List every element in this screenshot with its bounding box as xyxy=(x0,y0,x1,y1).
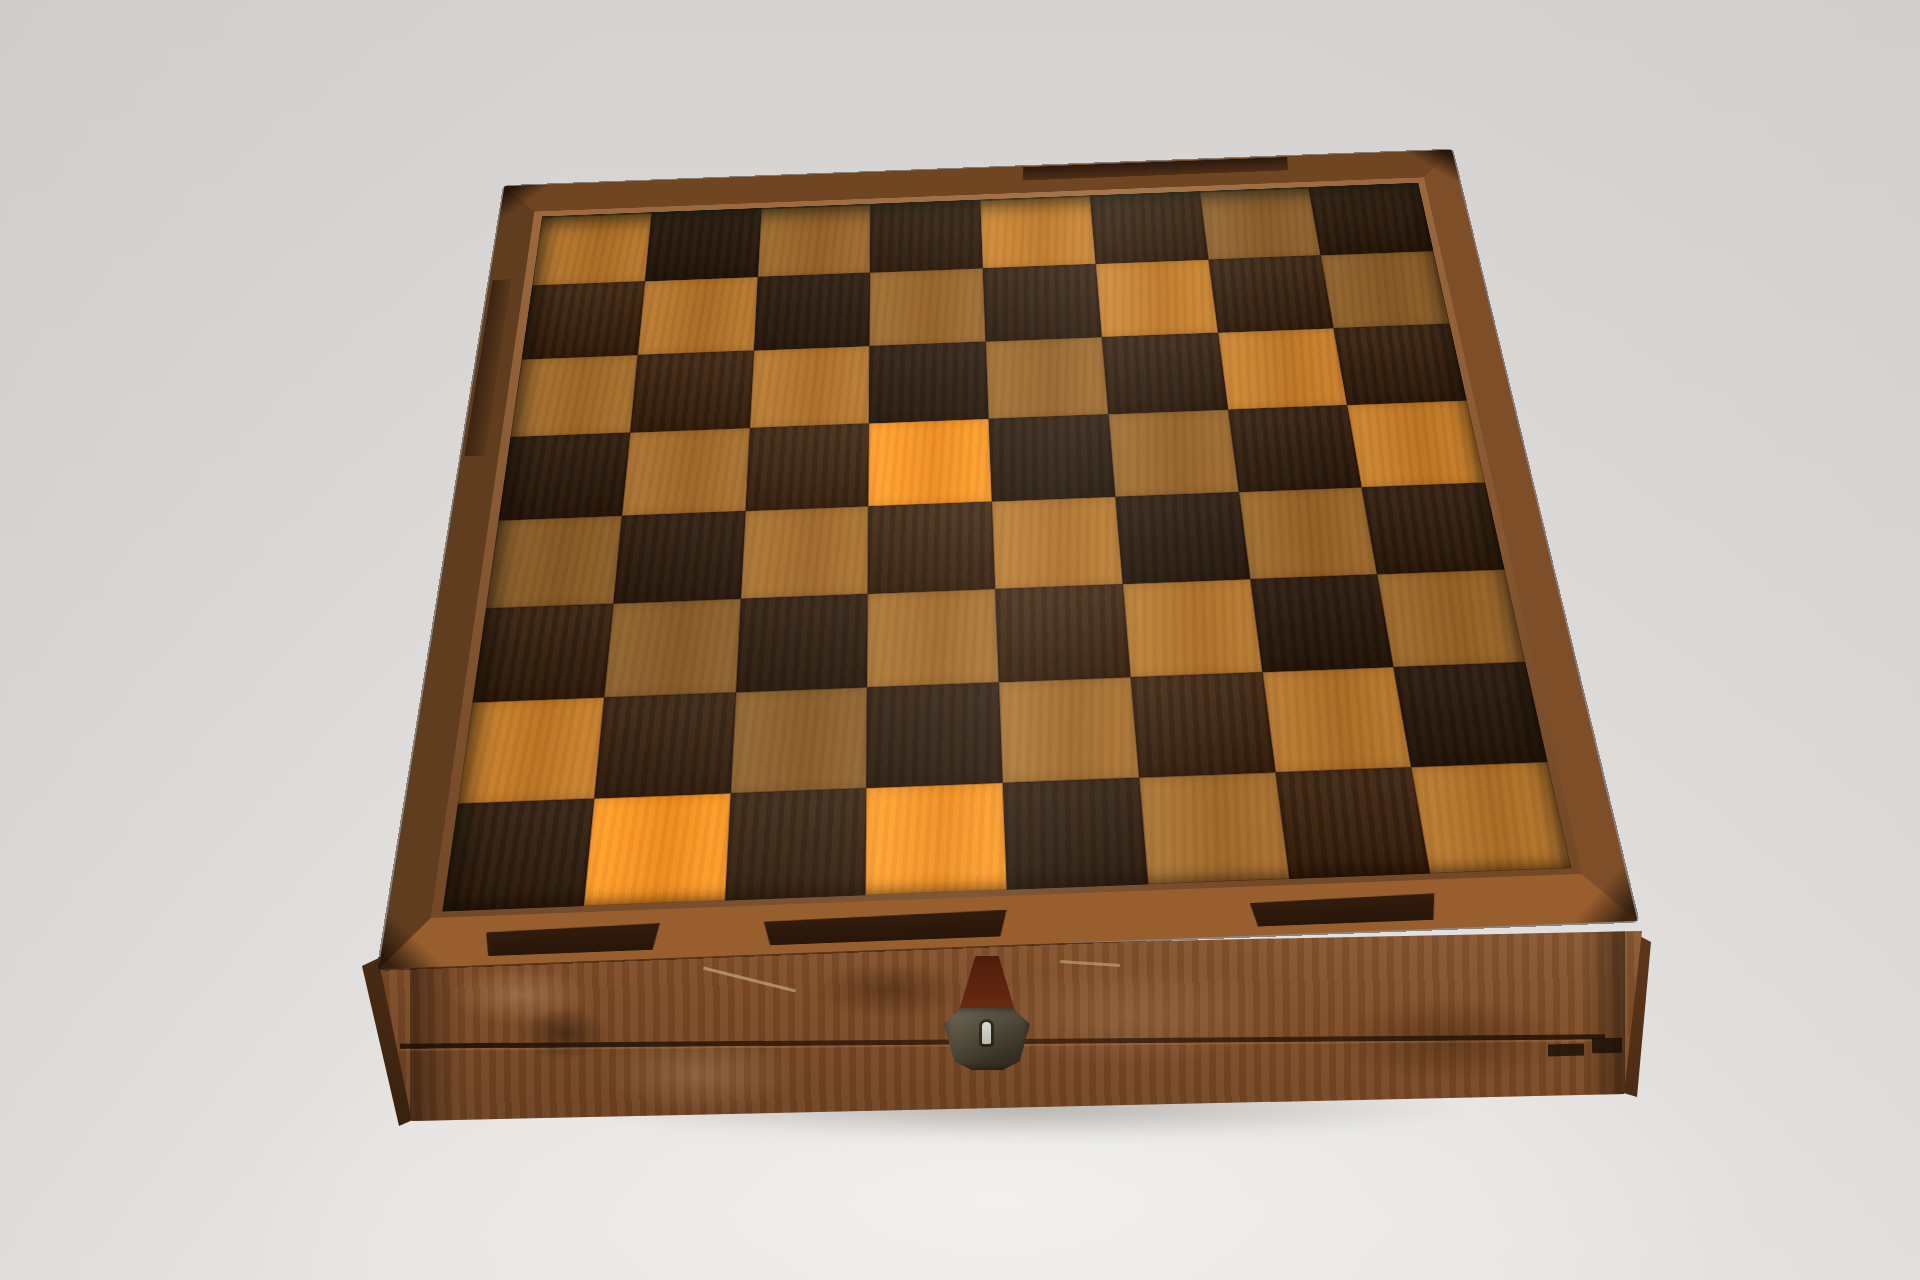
scratch-mark xyxy=(703,967,796,993)
square-c5 xyxy=(745,423,869,510)
rim-miter-joint xyxy=(1389,150,1460,184)
rim-inlay xyxy=(763,910,1008,946)
square-f2 xyxy=(1130,672,1275,777)
square-g8 xyxy=(1199,187,1321,260)
square-h3 xyxy=(1377,569,1525,667)
square-d1 xyxy=(866,783,1007,896)
square-c3 xyxy=(736,594,868,693)
square-c7 xyxy=(754,273,871,351)
square-h5 xyxy=(1347,401,1485,487)
square-d6 xyxy=(869,341,989,423)
square-g7 xyxy=(1208,255,1334,332)
square-a8 xyxy=(532,212,651,286)
square-g4 xyxy=(1238,487,1377,579)
keyhole-escutcheon xyxy=(944,1008,1030,1070)
box-lid-wrapper xyxy=(334,0,1638,969)
square-e3 xyxy=(995,584,1130,682)
square-b2 xyxy=(594,693,735,799)
square-g6 xyxy=(1218,328,1348,410)
square-d4 xyxy=(868,501,995,594)
rim-inlay xyxy=(483,923,660,956)
rim-miter-joint xyxy=(378,914,457,970)
square-e8 xyxy=(980,195,1095,268)
square-d3 xyxy=(867,589,999,688)
square-b6 xyxy=(630,350,754,432)
square-f8 xyxy=(1090,191,1208,264)
rim-dark-patch xyxy=(1022,157,1287,180)
square-e2 xyxy=(999,677,1139,782)
square-f7 xyxy=(1095,260,1217,337)
square-b5 xyxy=(622,428,750,515)
square-c2 xyxy=(730,688,867,793)
square-h1 xyxy=(1411,762,1571,874)
square-b3 xyxy=(604,599,741,698)
square-g1 xyxy=(1275,767,1430,879)
square-a1 xyxy=(442,798,594,911)
square-c1 xyxy=(725,788,867,901)
square-c8 xyxy=(757,204,870,277)
square-b7 xyxy=(638,277,758,355)
square-h6 xyxy=(1334,324,1467,405)
square-h4 xyxy=(1362,482,1505,574)
square-c4 xyxy=(741,506,869,599)
square-e6 xyxy=(986,337,1109,419)
square-c6 xyxy=(749,346,869,428)
scuff-mark xyxy=(520,1008,610,1060)
square-f4 xyxy=(1115,492,1250,584)
square-a4 xyxy=(486,515,622,608)
square-a3 xyxy=(472,604,613,703)
rim-inlay xyxy=(1249,893,1439,926)
square-h8 xyxy=(1309,183,1434,256)
front-edge-shading xyxy=(410,956,460,1121)
square-f5 xyxy=(1108,410,1238,497)
square-h2 xyxy=(1394,662,1548,767)
square-d7 xyxy=(870,268,986,345)
square-b1 xyxy=(584,793,731,906)
square-a7 xyxy=(522,281,645,359)
square-b4 xyxy=(613,511,745,604)
square-e7 xyxy=(983,264,1102,341)
front-edge-shading xyxy=(1583,930,1625,1098)
square-a5 xyxy=(498,433,629,520)
rim-miter-joint xyxy=(1554,869,1637,924)
square-e1 xyxy=(1003,777,1148,890)
square-d8 xyxy=(870,200,983,273)
square-d2 xyxy=(866,682,1002,787)
board-grid xyxy=(442,183,1571,912)
rim-dark-streak xyxy=(464,279,511,456)
hinge-mark xyxy=(1592,1038,1622,1054)
hinge-mark xyxy=(1548,1044,1584,1057)
scratch-mark xyxy=(1060,960,1120,967)
square-e4 xyxy=(992,496,1123,588)
square-g2 xyxy=(1262,667,1411,772)
square-b8 xyxy=(645,208,761,281)
rim-miter-joint xyxy=(499,184,567,218)
square-f6 xyxy=(1102,333,1228,415)
keyhole-recess xyxy=(958,956,1016,1014)
square-f3 xyxy=(1123,579,1263,677)
square-e5 xyxy=(989,414,1116,501)
square-f1 xyxy=(1139,772,1289,884)
scene xyxy=(0,0,1920,1280)
square-a2 xyxy=(458,698,604,804)
box-lid-top xyxy=(378,150,1637,969)
square-a6 xyxy=(510,355,637,437)
square-h7 xyxy=(1321,251,1450,328)
square-g3 xyxy=(1250,574,1394,672)
keyhole xyxy=(982,1022,991,1044)
square-d5 xyxy=(868,419,991,506)
square-g5 xyxy=(1228,405,1362,492)
